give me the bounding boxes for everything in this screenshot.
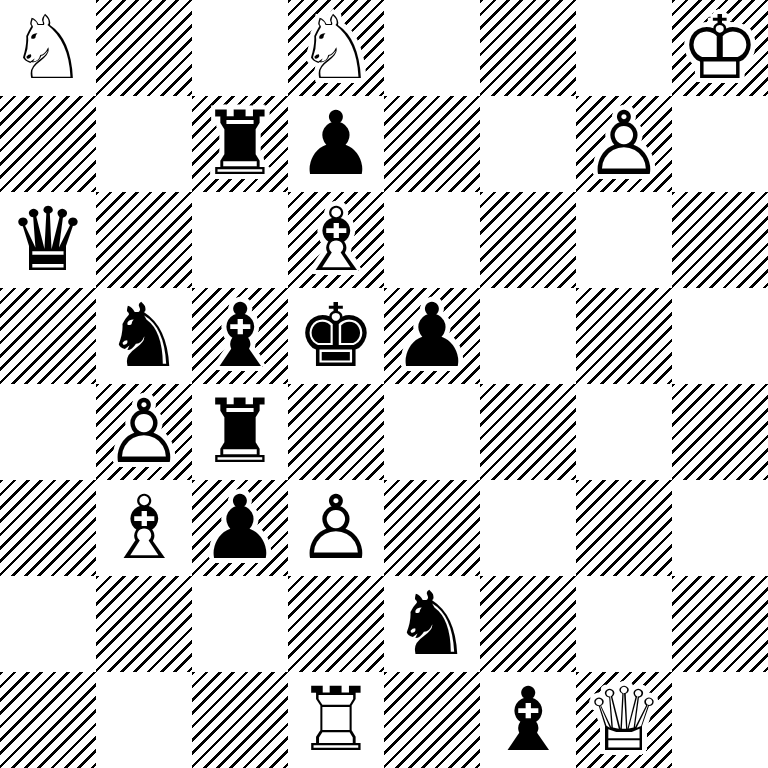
square-f3[interactable] (480, 480, 576, 576)
square-e5[interactable]: ♟♟ (384, 288, 480, 384)
square-c1[interactable] (192, 672, 288, 768)
square-e4[interactable] (384, 384, 480, 480)
square-h2[interactable] (672, 576, 768, 672)
square-c8[interactable] (192, 0, 288, 96)
square-h5[interactable] (672, 288, 768, 384)
square-a3[interactable] (0, 480, 96, 576)
square-a1[interactable] (0, 672, 96, 768)
piece-black-bishop: ♝ (192, 288, 288, 384)
piece-halo: ♝ (192, 288, 288, 384)
piece-white-pawn: ♙ (96, 384, 192, 480)
square-b6[interactable] (96, 192, 192, 288)
square-c2[interactable] (192, 576, 288, 672)
piece-white-bishop: ♗ (288, 192, 384, 288)
square-g8[interactable] (576, 0, 672, 96)
square-h8[interactable]: ♚♔ (672, 0, 768, 96)
square-e8[interactable] (384, 0, 480, 96)
square-d6[interactable]: ♝♗ (288, 192, 384, 288)
square-f5[interactable] (480, 288, 576, 384)
square-c5[interactable]: ♝♝ (192, 288, 288, 384)
piece-white-knight: ♘ (0, 0, 96, 96)
square-h4[interactable] (672, 384, 768, 480)
piece-black-knight: ♞ (384, 576, 480, 672)
piece-halo: ♟ (192, 480, 288, 576)
piece-black-rook: ♜ (192, 96, 288, 192)
square-g1[interactable]: ♛♕ (576, 672, 672, 768)
piece-white-king: ♔ (672, 0, 768, 96)
piece-halo: ♜ (288, 672, 384, 768)
piece-halo: ♛ (576, 672, 672, 768)
piece-black-knight: ♞ (96, 288, 192, 384)
square-d2[interactable] (288, 576, 384, 672)
piece-halo: ♞ (96, 288, 192, 384)
square-f8[interactable] (480, 0, 576, 96)
piece-white-queen: ♕ (576, 672, 672, 768)
square-b7[interactable] (96, 96, 192, 192)
piece-black-pawn: ♟ (288, 96, 384, 192)
square-d3[interactable]: ♟♙ (288, 480, 384, 576)
piece-black-pawn: ♟ (192, 480, 288, 576)
piece-halo: ♝ (288, 192, 384, 288)
piece-halo: ♟ (96, 384, 192, 480)
square-e1[interactable] (384, 672, 480, 768)
square-d1[interactable]: ♜♖ (288, 672, 384, 768)
piece-black-bishop: ♝ (480, 672, 576, 768)
piece-white-bishop: ♗ (96, 480, 192, 576)
square-d7[interactable]: ♟♟ (288, 96, 384, 192)
square-a2[interactable] (0, 576, 96, 672)
piece-halo: ♚ (288, 288, 384, 384)
square-g3[interactable] (576, 480, 672, 576)
piece-white-rook: ♖ (288, 672, 384, 768)
piece-halo: ♟ (288, 480, 384, 576)
square-g6[interactable] (576, 192, 672, 288)
square-c6[interactable] (192, 192, 288, 288)
square-d8[interactable]: ♞♘ (288, 0, 384, 96)
piece-halo: ♞ (0, 0, 96, 96)
square-f4[interactable] (480, 384, 576, 480)
square-b8[interactable] (96, 0, 192, 96)
square-h1[interactable] (672, 672, 768, 768)
piece-white-pawn: ♙ (288, 480, 384, 576)
square-g7[interactable]: ♟♙ (576, 96, 672, 192)
square-h7[interactable] (672, 96, 768, 192)
chess-board: ♞♘♞♘♚♔♜♜♟♟♟♙♛♛♝♗♞♞♝♝♚♚♟♟♟♙♜♜♝♗♟♟♟♙♞♞♜♖♝♝… (0, 0, 768, 768)
square-b1[interactable] (96, 672, 192, 768)
square-a5[interactable] (0, 288, 96, 384)
piece-black-queen: ♛ (0, 192, 96, 288)
square-e6[interactable] (384, 192, 480, 288)
square-f1[interactable]: ♝♝ (480, 672, 576, 768)
square-b5[interactable]: ♞♞ (96, 288, 192, 384)
square-e3[interactable] (384, 480, 480, 576)
square-a8[interactable]: ♞♘ (0, 0, 96, 96)
square-b3[interactable]: ♝♗ (96, 480, 192, 576)
square-c4[interactable]: ♜♜ (192, 384, 288, 480)
piece-halo: ♜ (192, 384, 288, 480)
piece-halo: ♝ (480, 672, 576, 768)
piece-halo: ♚ (672, 0, 768, 96)
piece-black-rook: ♜ (192, 384, 288, 480)
piece-halo: ♞ (288, 0, 384, 96)
square-f6[interactable] (480, 192, 576, 288)
square-b2[interactable] (96, 576, 192, 672)
square-g5[interactable] (576, 288, 672, 384)
square-g4[interactable] (576, 384, 672, 480)
piece-halo: ♟ (576, 96, 672, 192)
square-c3[interactable]: ♟♟ (192, 480, 288, 576)
piece-halo: ♟ (288, 96, 384, 192)
piece-halo: ♜ (192, 96, 288, 192)
piece-halo: ♝ (96, 480, 192, 576)
piece-white-pawn: ♙ (576, 96, 672, 192)
square-a4[interactable] (0, 384, 96, 480)
piece-halo: ♞ (384, 576, 480, 672)
square-h6[interactable] (672, 192, 768, 288)
square-c7[interactable]: ♜♜ (192, 96, 288, 192)
piece-black-king: ♚ (288, 288, 384, 384)
square-d4[interactable] (288, 384, 384, 480)
piece-black-pawn: ♟ (384, 288, 480, 384)
square-g2[interactable] (576, 576, 672, 672)
piece-halo: ♛ (0, 192, 96, 288)
square-f7[interactable] (480, 96, 576, 192)
piece-halo: ♟ (384, 288, 480, 384)
square-a6[interactable]: ♛♛ (0, 192, 96, 288)
square-f2[interactable] (480, 576, 576, 672)
square-d5[interactable]: ♚♚ (288, 288, 384, 384)
square-b4[interactable]: ♟♙ (96, 384, 192, 480)
piece-white-knight: ♘ (288, 0, 384, 96)
square-a7[interactable] (0, 96, 96, 192)
square-e7[interactable] (384, 96, 480, 192)
square-h3[interactable] (672, 480, 768, 576)
square-e2[interactable]: ♞♞ (384, 576, 480, 672)
